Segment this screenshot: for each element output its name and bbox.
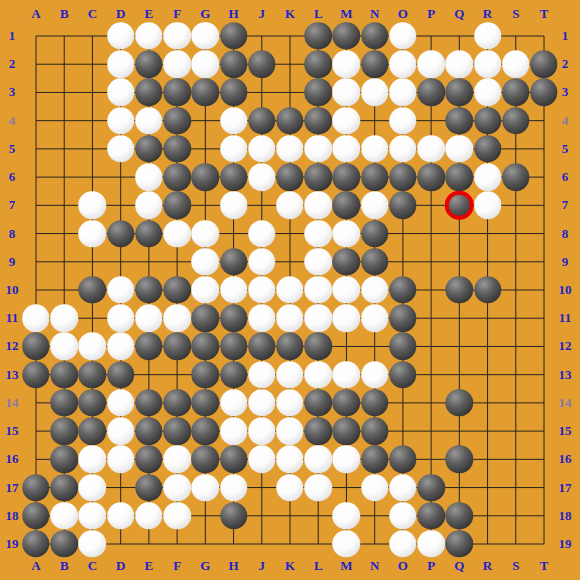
intersection-C9[interactable]: [78, 248, 106, 276]
intersection-K1[interactable]: [276, 22, 304, 50]
intersection-S3[interactable]: [502, 78, 530, 106]
intersection-N15[interactable]: [361, 417, 389, 445]
intersection-M14[interactable]: [332, 389, 360, 417]
intersection-T5[interactable]: [530, 135, 558, 163]
intersection-D4[interactable]: [107, 107, 135, 135]
intersection-J3[interactable]: [248, 78, 276, 106]
intersection-J15[interactable]: [248, 417, 276, 445]
intersection-E11[interactable]: [135, 304, 163, 332]
intersection-D17[interactable]: [107, 473, 135, 501]
intersection-C1[interactable]: [78, 22, 106, 50]
intersection-F2[interactable]: [163, 50, 191, 78]
intersection-P6[interactable]: [417, 163, 445, 191]
intersection-B18[interactable]: [50, 502, 78, 530]
intersection-R3[interactable]: [473, 78, 501, 106]
intersection-C16[interactable]: [78, 445, 106, 473]
intersection-P19[interactable]: [417, 530, 445, 558]
intersection-Q5[interactable]: [445, 135, 473, 163]
intersection-K7[interactable]: [276, 191, 304, 219]
intersection-E3[interactable]: [135, 78, 163, 106]
intersection-H13[interactable]: [219, 361, 247, 389]
intersection-L11[interactable]: [304, 304, 332, 332]
intersection-E5[interactable]: [135, 135, 163, 163]
intersection-B8[interactable]: [50, 219, 78, 247]
intersection-D18[interactable]: [107, 502, 135, 530]
intersection-D12[interactable]: [107, 332, 135, 360]
intersection-S8[interactable]: [502, 219, 530, 247]
intersection-L8[interactable]: [304, 219, 332, 247]
intersection-J12[interactable]: [248, 332, 276, 360]
intersection-S10[interactable]: [502, 276, 530, 304]
intersection-M7[interactable]: [332, 191, 360, 219]
intersection-C2[interactable]: [78, 50, 106, 78]
intersection-R16[interactable]: [473, 445, 501, 473]
intersection-B4[interactable]: [50, 107, 78, 135]
intersection-K10[interactable]: [276, 276, 304, 304]
intersection-B6[interactable]: [50, 163, 78, 191]
intersection-L14[interactable]: [304, 389, 332, 417]
intersection-T7[interactable]: [530, 191, 558, 219]
intersection-D8[interactable]: [107, 219, 135, 247]
intersection-K17[interactable]: [276, 473, 304, 501]
intersection-A7[interactable]: [22, 191, 50, 219]
intersection-R4[interactable]: [473, 107, 501, 135]
intersection-M12[interactable]: [332, 332, 360, 360]
intersection-A14[interactable]: [22, 389, 50, 417]
intersection-P11[interactable]: [417, 304, 445, 332]
intersection-Q15[interactable]: [445, 417, 473, 445]
intersection-S19[interactable]: [502, 530, 530, 558]
intersection-N19[interactable]: [361, 530, 389, 558]
intersection-T9[interactable]: [530, 248, 558, 276]
intersection-K13[interactable]: [276, 361, 304, 389]
intersection-M16[interactable]: [332, 445, 360, 473]
intersection-P15[interactable]: [417, 417, 445, 445]
intersection-R10[interactable]: [473, 276, 501, 304]
intersection-G4[interactable]: [191, 107, 219, 135]
intersection-C12[interactable]: [78, 332, 106, 360]
intersection-P12[interactable]: [417, 332, 445, 360]
intersection-M10[interactable]: [332, 276, 360, 304]
intersection-D15[interactable]: [107, 417, 135, 445]
intersection-T12[interactable]: [530, 332, 558, 360]
intersection-B17[interactable]: [50, 473, 78, 501]
intersection-F9[interactable]: [163, 248, 191, 276]
intersection-E6[interactable]: [135, 163, 163, 191]
intersection-L12[interactable]: [304, 332, 332, 360]
intersection-G9[interactable]: [191, 248, 219, 276]
intersection-G11[interactable]: [191, 304, 219, 332]
intersection-A4[interactable]: [22, 107, 50, 135]
intersection-A1[interactable]: [22, 22, 50, 50]
intersection-P1[interactable]: [417, 22, 445, 50]
intersection-J1[interactable]: [248, 22, 276, 50]
intersection-R6[interactable]: [473, 163, 501, 191]
intersection-P17[interactable]: [417, 473, 445, 501]
intersection-L10[interactable]: [304, 276, 332, 304]
intersection-T18[interactable]: [530, 502, 558, 530]
intersection-E10[interactable]: [135, 276, 163, 304]
intersection-S11[interactable]: [502, 304, 530, 332]
intersection-A13[interactable]: [22, 361, 50, 389]
intersection-F11[interactable]: [163, 304, 191, 332]
intersection-F3[interactable]: [163, 78, 191, 106]
intersection-T14[interactable]: [530, 389, 558, 417]
intersection-O9[interactable]: [389, 248, 417, 276]
intersection-T2[interactable]: [530, 50, 558, 78]
intersection-M18[interactable]: [332, 502, 360, 530]
intersection-M11[interactable]: [332, 304, 360, 332]
intersection-C15[interactable]: [78, 417, 106, 445]
intersection-O8[interactable]: [389, 219, 417, 247]
intersection-O1[interactable]: [389, 22, 417, 50]
intersection-A17[interactable]: [22, 473, 50, 501]
intersection-O12[interactable]: [389, 332, 417, 360]
intersection-E17[interactable]: [135, 473, 163, 501]
intersection-A3[interactable]: [22, 78, 50, 106]
intersection-N9[interactable]: [361, 248, 389, 276]
intersection-E19[interactable]: [135, 530, 163, 558]
intersection-M9[interactable]: [332, 248, 360, 276]
intersection-G6[interactable]: [191, 163, 219, 191]
intersection-E12[interactable]: [135, 332, 163, 360]
intersection-D6[interactable]: [107, 163, 135, 191]
intersection-J18[interactable]: [248, 502, 276, 530]
intersection-F5[interactable]: [163, 135, 191, 163]
intersection-C11[interactable]: [78, 304, 106, 332]
intersection-R2[interactable]: [473, 50, 501, 78]
intersection-E13[interactable]: [135, 361, 163, 389]
intersection-Q8[interactable]: [445, 219, 473, 247]
intersection-F7[interactable]: [163, 191, 191, 219]
intersection-N18[interactable]: [361, 502, 389, 530]
intersection-J19[interactable]: [248, 530, 276, 558]
intersection-K4[interactable]: [276, 107, 304, 135]
intersection-D3[interactable]: [107, 78, 135, 106]
intersection-C13[interactable]: [78, 361, 106, 389]
intersection-T3[interactable]: [530, 78, 558, 106]
intersection-J4[interactable]: [248, 107, 276, 135]
intersection-N6[interactable]: [361, 163, 389, 191]
intersection-G15[interactable]: [191, 417, 219, 445]
intersection-H15[interactable]: [219, 417, 247, 445]
intersection-J5[interactable]: [248, 135, 276, 163]
intersection-L19[interactable]: [304, 530, 332, 558]
intersection-J17[interactable]: [248, 473, 276, 501]
intersection-C18[interactable]: [78, 502, 106, 530]
intersection-L1[interactable]: [304, 22, 332, 50]
intersection-C3[interactable]: [78, 78, 106, 106]
intersection-G10[interactable]: [191, 276, 219, 304]
intersection-Q12[interactable]: [445, 332, 473, 360]
intersection-K14[interactable]: [276, 389, 304, 417]
intersection-P4[interactable]: [417, 107, 445, 135]
intersection-S15[interactable]: [502, 417, 530, 445]
intersection-H4[interactable]: [219, 107, 247, 135]
intersection-S2[interactable]: [502, 50, 530, 78]
intersection-L17[interactable]: [304, 473, 332, 501]
intersection-S17[interactable]: [502, 473, 530, 501]
intersection-O14[interactable]: [389, 389, 417, 417]
intersection-H18[interactable]: [219, 502, 247, 530]
intersection-L3[interactable]: [304, 78, 332, 106]
intersection-Q9[interactable]: [445, 248, 473, 276]
intersection-M3[interactable]: [332, 78, 360, 106]
intersection-M4[interactable]: [332, 107, 360, 135]
intersection-H19[interactable]: [219, 530, 247, 558]
intersection-T10[interactable]: [530, 276, 558, 304]
intersection-O10[interactable]: [389, 276, 417, 304]
intersection-D10[interactable]: [107, 276, 135, 304]
intersection-Q1[interactable]: [445, 22, 473, 50]
intersection-E1[interactable]: [135, 22, 163, 50]
intersection-P3[interactable]: [417, 78, 445, 106]
intersection-G8[interactable]: [191, 219, 219, 247]
intersection-A19[interactable]: [22, 530, 50, 558]
intersection-K3[interactable]: [276, 78, 304, 106]
intersection-G1[interactable]: [191, 22, 219, 50]
intersection-C14[interactable]: [78, 389, 106, 417]
intersection-N13[interactable]: [361, 361, 389, 389]
intersection-K11[interactable]: [276, 304, 304, 332]
intersection-E2[interactable]: [135, 50, 163, 78]
intersection-L2[interactable]: [304, 50, 332, 78]
intersection-R7[interactable]: [473, 191, 501, 219]
intersection-B7[interactable]: [50, 191, 78, 219]
intersection-B16[interactable]: [50, 445, 78, 473]
intersection-Q4[interactable]: [445, 107, 473, 135]
intersection-G12[interactable]: [191, 332, 219, 360]
intersection-L6[interactable]: [304, 163, 332, 191]
intersection-G16[interactable]: [191, 445, 219, 473]
intersection-D11[interactable]: [107, 304, 135, 332]
intersection-Q7[interactable]: [445, 191, 473, 219]
intersection-J13[interactable]: [248, 361, 276, 389]
intersection-P18[interactable]: [417, 502, 445, 530]
intersection-T19[interactable]: [530, 530, 558, 558]
intersection-L13[interactable]: [304, 361, 332, 389]
intersection-G19[interactable]: [191, 530, 219, 558]
intersection-N5[interactable]: [361, 135, 389, 163]
intersection-G5[interactable]: [191, 135, 219, 163]
intersection-A12[interactable]: [22, 332, 50, 360]
intersection-Q16[interactable]: [445, 445, 473, 473]
intersection-E14[interactable]: [135, 389, 163, 417]
intersection-P2[interactable]: [417, 50, 445, 78]
intersection-H17[interactable]: [219, 473, 247, 501]
intersection-G18[interactable]: [191, 502, 219, 530]
intersection-H2[interactable]: [219, 50, 247, 78]
intersection-O5[interactable]: [389, 135, 417, 163]
intersection-K2[interactable]: [276, 50, 304, 78]
intersection-P7[interactable]: [417, 191, 445, 219]
intersection-R8[interactable]: [473, 219, 501, 247]
intersection-B1[interactable]: [50, 22, 78, 50]
intersection-P9[interactable]: [417, 248, 445, 276]
intersection-B19[interactable]: [50, 530, 78, 558]
intersection-H10[interactable]: [219, 276, 247, 304]
intersection-O7[interactable]: [389, 191, 417, 219]
intersection-D13[interactable]: [107, 361, 135, 389]
intersection-S14[interactable]: [502, 389, 530, 417]
intersection-M5[interactable]: [332, 135, 360, 163]
intersection-L18[interactable]: [304, 502, 332, 530]
intersection-G7[interactable]: [191, 191, 219, 219]
intersection-H1[interactable]: [219, 22, 247, 50]
intersection-N2[interactable]: [361, 50, 389, 78]
intersection-J7[interactable]: [248, 191, 276, 219]
intersection-A5[interactable]: [22, 135, 50, 163]
intersection-H14[interactable]: [219, 389, 247, 417]
intersection-C19[interactable]: [78, 530, 106, 558]
intersection-D2[interactable]: [107, 50, 135, 78]
intersection-C4[interactable]: [78, 107, 106, 135]
intersection-S9[interactable]: [502, 248, 530, 276]
intersection-J2[interactable]: [248, 50, 276, 78]
intersection-K18[interactable]: [276, 502, 304, 530]
intersection-B10[interactable]: [50, 276, 78, 304]
intersection-L7[interactable]: [304, 191, 332, 219]
intersection-K15[interactable]: [276, 417, 304, 445]
intersection-N12[interactable]: [361, 332, 389, 360]
intersection-O11[interactable]: [389, 304, 417, 332]
intersection-A8[interactable]: [22, 219, 50, 247]
intersection-T15[interactable]: [530, 417, 558, 445]
intersection-F16[interactable]: [163, 445, 191, 473]
intersection-O13[interactable]: [389, 361, 417, 389]
intersection-M8[interactable]: [332, 219, 360, 247]
intersection-E7[interactable]: [135, 191, 163, 219]
intersection-L9[interactable]: [304, 248, 332, 276]
intersection-K12[interactable]: [276, 332, 304, 360]
intersection-R11[interactable]: [473, 304, 501, 332]
intersection-M6[interactable]: [332, 163, 360, 191]
intersection-O4[interactable]: [389, 107, 417, 135]
intersection-T11[interactable]: [530, 304, 558, 332]
intersection-P8[interactable]: [417, 219, 445, 247]
intersection-C17[interactable]: [78, 473, 106, 501]
intersection-M17[interactable]: [332, 473, 360, 501]
intersection-J16[interactable]: [248, 445, 276, 473]
intersection-T4[interactable]: [530, 107, 558, 135]
intersection-F19[interactable]: [163, 530, 191, 558]
intersection-B13[interactable]: [50, 361, 78, 389]
intersection-E16[interactable]: [135, 445, 163, 473]
intersection-B12[interactable]: [50, 332, 78, 360]
intersection-Q17[interactable]: [445, 473, 473, 501]
intersection-G13[interactable]: [191, 361, 219, 389]
intersection-F12[interactable]: [163, 332, 191, 360]
intersection-N7[interactable]: [361, 191, 389, 219]
intersection-J6[interactable]: [248, 163, 276, 191]
intersection-T13[interactable]: [530, 361, 558, 389]
intersection-S6[interactable]: [502, 163, 530, 191]
intersection-F13[interactable]: [163, 361, 191, 389]
intersection-J11[interactable]: [248, 304, 276, 332]
intersection-M15[interactable]: [332, 417, 360, 445]
intersection-S1[interactable]: [502, 22, 530, 50]
intersection-R15[interactable]: [473, 417, 501, 445]
intersection-H3[interactable]: [219, 78, 247, 106]
intersection-P5[interactable]: [417, 135, 445, 163]
intersection-M1[interactable]: [332, 22, 360, 50]
intersection-H11[interactable]: [219, 304, 247, 332]
intersection-A10[interactable]: [22, 276, 50, 304]
intersection-F1[interactable]: [163, 22, 191, 50]
intersection-L4[interactable]: [304, 107, 332, 135]
intersection-H7[interactable]: [219, 191, 247, 219]
intersection-E8[interactable]: [135, 219, 163, 247]
intersection-K9[interactable]: [276, 248, 304, 276]
intersection-O6[interactable]: [389, 163, 417, 191]
intersection-N1[interactable]: [361, 22, 389, 50]
intersection-S16[interactable]: [502, 445, 530, 473]
intersection-T17[interactable]: [530, 473, 558, 501]
intersection-J8[interactable]: [248, 219, 276, 247]
intersection-H9[interactable]: [219, 248, 247, 276]
intersection-Q19[interactable]: [445, 530, 473, 558]
intersection-A9[interactable]: [22, 248, 50, 276]
intersection-D1[interactable]: [107, 22, 135, 50]
intersection-O2[interactable]: [389, 50, 417, 78]
intersection-B2[interactable]: [50, 50, 78, 78]
intersection-P10[interactable]: [417, 276, 445, 304]
intersection-G17[interactable]: [191, 473, 219, 501]
intersection-L16[interactable]: [304, 445, 332, 473]
intersection-P16[interactable]: [417, 445, 445, 473]
intersection-B15[interactable]: [50, 417, 78, 445]
intersection-S13[interactable]: [502, 361, 530, 389]
intersection-S18[interactable]: [502, 502, 530, 530]
intersection-Q10[interactable]: [445, 276, 473, 304]
intersection-O18[interactable]: [389, 502, 417, 530]
intersection-Q2[interactable]: [445, 50, 473, 78]
intersection-T1[interactable]: [530, 22, 558, 50]
intersection-A6[interactable]: [22, 163, 50, 191]
intersection-O17[interactable]: [389, 473, 417, 501]
intersection-T16[interactable]: [530, 445, 558, 473]
intersection-H6[interactable]: [219, 163, 247, 191]
intersection-N8[interactable]: [361, 219, 389, 247]
intersection-Q14[interactable]: [445, 389, 473, 417]
intersection-A18[interactable]: [22, 502, 50, 530]
intersection-C10[interactable]: [78, 276, 106, 304]
intersection-R14[interactable]: [473, 389, 501, 417]
intersection-R5[interactable]: [473, 135, 501, 163]
intersection-N17[interactable]: [361, 473, 389, 501]
intersection-R17[interactable]: [473, 473, 501, 501]
intersection-F15[interactable]: [163, 417, 191, 445]
intersection-Q13[interactable]: [445, 361, 473, 389]
intersection-N3[interactable]: [361, 78, 389, 106]
intersection-M2[interactable]: [332, 50, 360, 78]
intersection-J10[interactable]: [248, 276, 276, 304]
intersection-C8[interactable]: [78, 219, 106, 247]
intersection-E18[interactable]: [135, 502, 163, 530]
intersection-K5[interactable]: [276, 135, 304, 163]
intersection-S12[interactable]: [502, 332, 530, 360]
intersection-B3[interactable]: [50, 78, 78, 106]
intersection-B5[interactable]: [50, 135, 78, 163]
intersection-K19[interactable]: [276, 530, 304, 558]
intersection-B11[interactable]: [50, 304, 78, 332]
intersection-G3[interactable]: [191, 78, 219, 106]
intersection-H12[interactable]: [219, 332, 247, 360]
intersection-T8[interactable]: [530, 219, 558, 247]
intersection-L5[interactable]: [304, 135, 332, 163]
intersection-L15[interactable]: [304, 417, 332, 445]
intersection-D5[interactable]: [107, 135, 135, 163]
